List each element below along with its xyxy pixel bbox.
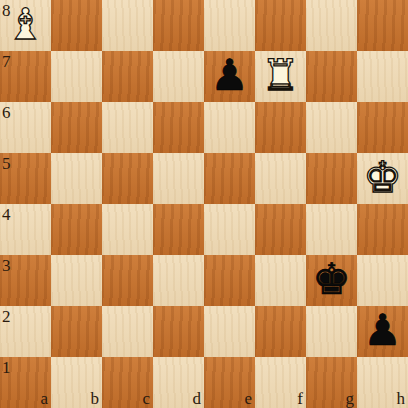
rank-label-3: 3	[2, 257, 11, 274]
square-c4[interactable]	[102, 204, 153, 255]
square-e7[interactable]: ♟	[204, 51, 255, 102]
square-c3[interactable]	[102, 255, 153, 306]
file-label-f: f	[297, 390, 303, 407]
square-b7[interactable]	[51, 51, 102, 102]
square-f4[interactable]	[255, 204, 306, 255]
rank-label-5: 5	[2, 155, 11, 172]
square-h8[interactable]	[357, 0, 408, 51]
file-label-g: g	[346, 390, 355, 407]
square-d2[interactable]	[153, 306, 204, 357]
square-g8[interactable]	[306, 0, 357, 51]
square-f2[interactable]	[255, 306, 306, 357]
black-pawn[interactable]: ♟	[357, 305, 408, 356]
square-a3[interactable]: 3	[0, 255, 51, 306]
square-a8[interactable]: 8♝	[0, 0, 51, 51]
file-label-b: b	[91, 390, 100, 407]
square-h6[interactable]	[357, 102, 408, 153]
square-d5[interactable]	[153, 153, 204, 204]
square-g2[interactable]	[306, 306, 357, 357]
chess-board: 8♝7♟♜65♚43♚2♟1abcdefgh	[0, 0, 408, 408]
square-f1[interactable]: f	[255, 357, 306, 408]
square-d4[interactable]	[153, 204, 204, 255]
file-label-c: c	[142, 390, 150, 407]
white-bishop[interactable]: ♝	[0, 0, 51, 50]
rank-label-1: 1	[2, 359, 11, 376]
square-c6[interactable]	[102, 102, 153, 153]
square-e2[interactable]	[204, 306, 255, 357]
square-d1[interactable]: d	[153, 357, 204, 408]
file-label-h: h	[397, 390, 406, 407]
square-a1[interactable]: 1a	[0, 357, 51, 408]
square-d7[interactable]	[153, 51, 204, 102]
square-b8[interactable]	[51, 0, 102, 51]
square-g5[interactable]	[306, 153, 357, 204]
square-c8[interactable]	[102, 0, 153, 51]
square-a4[interactable]: 4	[0, 204, 51, 255]
square-h5[interactable]: ♚	[357, 153, 408, 204]
black-king[interactable]: ♚	[306, 254, 357, 305]
rank-label-2: 2	[2, 308, 11, 325]
square-e6[interactable]	[204, 102, 255, 153]
square-b4[interactable]	[51, 204, 102, 255]
square-a5[interactable]: 5	[0, 153, 51, 204]
square-b3[interactable]	[51, 255, 102, 306]
square-f6[interactable]	[255, 102, 306, 153]
square-g7[interactable]	[306, 51, 357, 102]
file-label-a: a	[40, 390, 48, 407]
square-g3[interactable]: ♚	[306, 255, 357, 306]
square-e8[interactable]	[204, 0, 255, 51]
square-f8[interactable]	[255, 0, 306, 51]
rank-label-7: 7	[2, 53, 11, 70]
square-f5[interactable]	[255, 153, 306, 204]
square-e4[interactable]	[204, 204, 255, 255]
square-g4[interactable]	[306, 204, 357, 255]
square-h2[interactable]: ♟	[357, 306, 408, 357]
square-b6[interactable]	[51, 102, 102, 153]
square-b5[interactable]	[51, 153, 102, 204]
square-h3[interactable]	[357, 255, 408, 306]
white-king[interactable]: ♚	[357, 152, 408, 203]
square-a2[interactable]: 2	[0, 306, 51, 357]
square-d3[interactable]	[153, 255, 204, 306]
square-c5[interactable]	[102, 153, 153, 204]
square-c2[interactable]	[102, 306, 153, 357]
square-b1[interactable]: b	[51, 357, 102, 408]
square-c7[interactable]	[102, 51, 153, 102]
square-b2[interactable]	[51, 306, 102, 357]
square-e5[interactable]	[204, 153, 255, 204]
square-g6[interactable]	[306, 102, 357, 153]
white-rook[interactable]: ♜	[255, 50, 306, 101]
square-e3[interactable]	[204, 255, 255, 306]
square-e1[interactable]: e	[204, 357, 255, 408]
square-d8[interactable]	[153, 0, 204, 51]
square-h4[interactable]	[357, 204, 408, 255]
square-d6[interactable]	[153, 102, 204, 153]
rank-label-4: 4	[2, 206, 11, 223]
square-f3[interactable]	[255, 255, 306, 306]
rank-label-6: 6	[2, 104, 11, 121]
square-h1[interactable]: h	[357, 357, 408, 408]
square-c1[interactable]: c	[102, 357, 153, 408]
file-label-e: e	[244, 390, 252, 407]
square-a7[interactable]: 7	[0, 51, 51, 102]
square-g1[interactable]: g	[306, 357, 357, 408]
black-pawn[interactable]: ♟	[204, 50, 255, 101]
square-h7[interactable]	[357, 51, 408, 102]
square-f7[interactable]: ♜	[255, 51, 306, 102]
square-a6[interactable]: 6	[0, 102, 51, 153]
file-label-d: d	[193, 390, 202, 407]
